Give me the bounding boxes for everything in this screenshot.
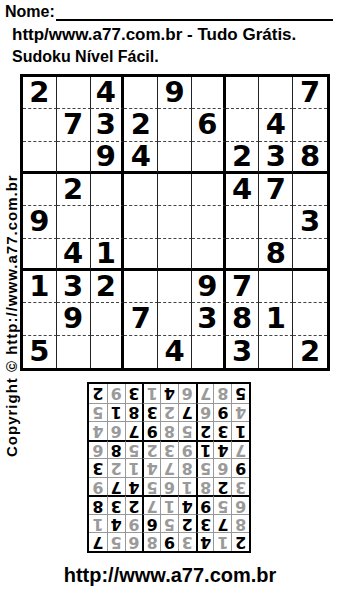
- cell-r7c7[interactable]: 7: [226, 271, 260, 303]
- solution-cell-r8c1: 4: [231, 403, 249, 422]
- cell-r6c2[interactable]: 4: [57, 239, 91, 271]
- solution-cell-r8c3: 6: [196, 403, 214, 422]
- cell-r6c7[interactable]: [226, 239, 260, 271]
- cell-r7c6[interactable]: 9: [192, 271, 226, 303]
- cell-r4c8[interactable]: 7: [259, 174, 293, 206]
- solution-cell-r8c5: 2: [160, 403, 178, 422]
- cell-r6c5[interactable]: [158, 239, 192, 271]
- solution-cell-r6c8: 8: [107, 440, 125, 459]
- cell-r8c4[interactable]: 7: [124, 303, 158, 335]
- cell-r4c1[interactable]: [23, 174, 57, 206]
- solution-cell-r4c4: 1: [178, 477, 196, 496]
- solution-cell-r5c9: 3: [89, 458, 107, 477]
- solution-cell-r3c8: 3: [107, 495, 125, 514]
- solution-cell-r4c5: 6: [160, 477, 178, 496]
- cell-r7c9[interactable]: [293, 271, 327, 303]
- cell-r2c5[interactable]: [158, 109, 192, 141]
- cell-r1c7[interactable]: [226, 77, 260, 109]
- cell-r1c1[interactable]: 2: [23, 77, 57, 109]
- cell-r2c2[interactable]: 7: [57, 109, 91, 141]
- solution-cell-r8c6: 3: [142, 403, 160, 422]
- name-row: Nome:: [5, 2, 333, 21]
- solution-cell-r7c3: 2: [196, 421, 214, 440]
- solution-cell-r3c4: 4: [178, 495, 196, 514]
- solution-cell-r5c8: 2: [107, 458, 125, 477]
- solution-cell-r9c3: 7: [196, 384, 214, 403]
- solution-cell-r8c2: 9: [213, 403, 231, 422]
- solution-cell-r3c6: 7: [142, 495, 160, 514]
- cell-r9c3[interactable]: [91, 336, 125, 368]
- cell-r3c4[interactable]: 4: [124, 142, 158, 174]
- cell-r8c2[interactable]: 9: [57, 303, 91, 335]
- solution-cell-r9c6: 1: [142, 384, 160, 403]
- solution-cell-r5c2: 6: [213, 458, 231, 477]
- solution-cell-r2c2: 7: [213, 514, 231, 533]
- solution-cell-r1c7: 6: [125, 532, 143, 551]
- cell-r6c4[interactable]: [124, 239, 158, 271]
- solution-cell-r9c5: 4: [160, 384, 178, 403]
- solution-cell-r1c6: 8: [142, 532, 160, 551]
- solution-cell-r3c2: 5: [213, 495, 231, 514]
- solution-cell-r7c4: 5: [178, 421, 196, 440]
- solution-cell-r1c5: 9: [160, 532, 178, 551]
- cell-r4c7[interactable]: 4: [226, 174, 260, 206]
- solution-cell-r5c7: 1: [125, 458, 143, 477]
- cell-r2c6[interactable]: 6: [192, 109, 226, 141]
- solution-cell-r3c5: 1: [160, 495, 178, 514]
- cell-r5c7[interactable]: [226, 206, 260, 238]
- solution-cell-r5c5: 7: [160, 458, 178, 477]
- solution-cell-r8c9: 5: [89, 403, 107, 422]
- cell-r4c5[interactable]: [158, 174, 192, 206]
- solution-cell-r7c2: 3: [213, 421, 231, 440]
- solution-cell-r9c7: 3: [125, 384, 143, 403]
- solution-cell-r6c9: 6: [89, 440, 107, 459]
- cell-r4c3[interactable]: [91, 174, 125, 206]
- cell-r1c6[interactable]: [192, 77, 226, 109]
- solution-cell-r6c3: 1: [196, 440, 214, 459]
- cell-r7c8[interactable]: [259, 271, 293, 303]
- solution-cell-r3c9: 8: [89, 495, 107, 514]
- solution-cell-r6c1: 7: [231, 440, 249, 459]
- solution-cell-r7c1: 1: [231, 421, 249, 440]
- cell-r5c3[interactable]: [91, 206, 125, 238]
- cell-r4c4[interactable]: [124, 174, 158, 206]
- cell-r6c3[interactable]: 1: [91, 239, 125, 271]
- solution-cell-r3c1: 6: [231, 495, 249, 514]
- cell-r3c6[interactable]: [192, 142, 226, 174]
- sudoku-grid: 249773264942382479341813297973815432: [20, 74, 330, 371]
- cell-r9c2[interactable]: [57, 336, 91, 368]
- copyright-vertical-text: Copyright © http://www.a77.com.br: [3, 101, 20, 457]
- cell-r1c9[interactable]: 7: [293, 77, 327, 109]
- cell-r9c8[interactable]: [259, 336, 293, 368]
- solution-cell-r2c9: 1: [89, 514, 107, 533]
- solution-cell-r7c8: 6: [107, 421, 125, 440]
- cell-r1c5[interactable]: 9: [158, 77, 192, 109]
- footer-url: http://www.a77.com.br: [0, 564, 340, 587]
- solution-cell-r4c8: 7: [107, 477, 125, 496]
- cell-r9c6[interactable]: [192, 336, 226, 368]
- cell-r5c5[interactable]: [158, 206, 192, 238]
- solution-cell-r9c1: 5: [231, 384, 249, 403]
- cell-r6c8[interactable]: 8: [259, 239, 293, 271]
- cell-r1c4[interactable]: [124, 77, 158, 109]
- solution-cell-r4c9: 9: [89, 477, 107, 496]
- solution-cell-r2c5: 5: [160, 514, 178, 533]
- cell-r6c6[interactable]: [192, 239, 226, 271]
- cell-r5c6[interactable]: [192, 206, 226, 238]
- site-title: http/www.a77.com.br - Tudo Grátis.: [12, 25, 296, 45]
- solution-cell-r8c8: 1: [107, 403, 125, 422]
- name-blank-line[interactable]: [56, 4, 333, 21]
- solution-cell-r2c6: 6: [142, 514, 160, 533]
- cell-r4c2[interactable]: 2: [57, 174, 91, 206]
- cell-r7c2[interactable]: 3: [57, 271, 91, 303]
- cell-r5c8[interactable]: [259, 206, 293, 238]
- cell-r9c1[interactable]: 5: [23, 336, 57, 368]
- cell-r4c6[interactable]: [192, 174, 226, 206]
- cell-r9c4[interactable]: [124, 336, 158, 368]
- solution-cell-r1c1: 2: [231, 532, 249, 551]
- solution-cell-r3c3: 9: [196, 495, 214, 514]
- solution-cell-r6c2: 4: [213, 440, 231, 459]
- cell-r8c5[interactable]: [158, 303, 192, 335]
- solution-cell-r6c4: 9: [178, 440, 196, 459]
- cell-r9c9[interactable]: 2: [293, 336, 327, 368]
- solution-cell-r3c7: 2: [125, 495, 143, 514]
- solution-cell-r6c5: 3: [160, 440, 178, 459]
- solution-cell-r6c6: 2: [142, 440, 160, 459]
- cell-r5c2[interactable]: [57, 206, 91, 238]
- solution-cell-r5c4: 8: [178, 458, 196, 477]
- cell-r4c9[interactable]: [293, 174, 327, 206]
- cell-r2c4[interactable]: 2: [124, 109, 158, 141]
- solution-cell-r5c1: 9: [231, 458, 249, 477]
- solution-cell-r1c3: 4: [196, 532, 214, 551]
- cell-r3c7[interactable]: 2: [226, 142, 260, 174]
- solution-cell-r2c1: 8: [231, 514, 249, 533]
- sudoku-solution-grid-rotated: 2143986578732569416594172383281654799658…: [87, 382, 251, 553]
- solution-cell-r9c4: 6: [178, 384, 196, 403]
- solution-cell-r8c4: 7: [178, 403, 196, 422]
- solution-cell-r2c7: 9: [125, 514, 143, 533]
- puzzle-level-title: Sudoku Nível Fácil.: [12, 48, 159, 66]
- cell-r7c1[interactable]: 1: [23, 271, 57, 303]
- solution-cell-r5c3: 5: [196, 458, 214, 477]
- cell-r3c9[interactable]: 8: [293, 142, 327, 174]
- solution-cell-r2c3: 3: [196, 514, 214, 533]
- cell-r2c8[interactable]: 4: [259, 109, 293, 141]
- solution-cell-r2c4: 2: [178, 514, 196, 533]
- solution-cell-r7c7: 7: [125, 421, 143, 440]
- cell-r8c8[interactable]: 1: [259, 303, 293, 335]
- solution-cell-r7c5: 8: [160, 421, 178, 440]
- cell-r3c2[interactable]: [57, 142, 91, 174]
- cell-r5c9[interactable]: 3: [293, 206, 327, 238]
- solution-cell-r1c4: 3: [178, 532, 196, 551]
- cell-r5c4[interactable]: [124, 206, 158, 238]
- cell-r8c9[interactable]: [293, 303, 327, 335]
- cell-r3c5[interactable]: [158, 142, 192, 174]
- solution-cell-r6c7: 5: [125, 440, 143, 459]
- cell-r9c5[interactable]: 4: [158, 336, 192, 368]
- solution-cell-r4c3: 8: [196, 477, 214, 496]
- cell-r7c3[interactable]: 2: [91, 271, 125, 303]
- cell-r2c9[interactable]: [293, 109, 327, 141]
- cell-r8c1[interactable]: [23, 303, 57, 335]
- solution-cell-r1c2: 1: [213, 532, 231, 551]
- solution-cell-r9c8: 9: [107, 384, 125, 403]
- solution-cell-r5c6: 4: [142, 458, 160, 477]
- cell-r6c9[interactable]: [293, 239, 327, 271]
- cell-r1c3[interactable]: 4: [91, 77, 125, 109]
- solution-cell-r4c7: 4: [125, 477, 143, 496]
- cell-r3c8[interactable]: 3: [259, 142, 293, 174]
- cell-r8c3[interactable]: [91, 303, 125, 335]
- solution-cell-r4c1: 3: [231, 477, 249, 496]
- solution-cell-r1c9: 7: [89, 532, 107, 551]
- solution-cell-r7c9: 4: [89, 421, 107, 440]
- solution-cell-r4c6: 5: [142, 477, 160, 496]
- cell-r3c1[interactable]: [23, 142, 57, 174]
- cell-r7c5[interactable]: [158, 271, 192, 303]
- cell-r2c1[interactable]: [23, 109, 57, 141]
- solution-cell-r9c9: 2: [89, 384, 107, 403]
- name-label: Nome:: [5, 2, 55, 21]
- cell-r9c7[interactable]: 3: [226, 336, 260, 368]
- solution-cell-r1c8: 5: [107, 532, 125, 551]
- solution-cell-r4c2: 2: [213, 477, 231, 496]
- cell-r8c7[interactable]: 8: [226, 303, 260, 335]
- solution-cell-r2c8: 4: [107, 514, 125, 533]
- cell-r5c1[interactable]: 9: [23, 206, 57, 238]
- solution-cell-r8c7: 8: [125, 403, 143, 422]
- solution-cell-r9c2: 8: [213, 384, 231, 403]
- cell-r3c3[interactable]: 9: [91, 142, 125, 174]
- cell-r1c2[interactable]: [57, 77, 91, 109]
- cell-r2c7[interactable]: [226, 109, 260, 141]
- cell-r2c3[interactable]: 3: [91, 109, 125, 141]
- cell-r8c6[interactable]: 3: [192, 303, 226, 335]
- solution-cell-r7c6: 9: [142, 421, 160, 440]
- cell-r7c4[interactable]: [124, 271, 158, 303]
- cell-r6c1[interactable]: [23, 239, 57, 271]
- cell-r1c8[interactable]: [259, 77, 293, 109]
